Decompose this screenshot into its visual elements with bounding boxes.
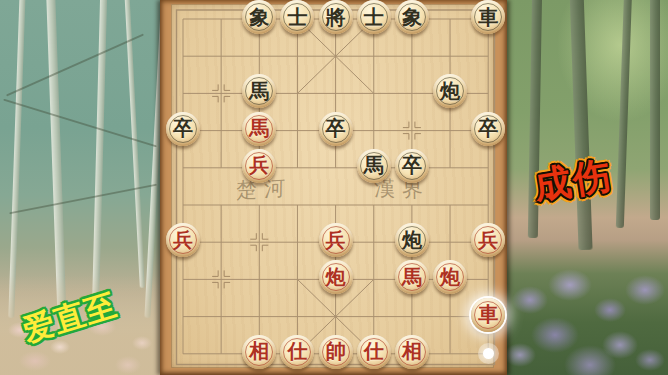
tree-trunk bbox=[569, 0, 592, 250]
move-origin-marker bbox=[483, 348, 494, 359]
red-soldier[interactable]: 兵 bbox=[166, 223, 200, 257]
red-horse[interactable]: 馬 bbox=[242, 112, 276, 146]
black-soldier[interactable]: 卒 bbox=[319, 112, 353, 146]
black-elephant[interactable]: 象 bbox=[395, 0, 429, 34]
tree-trunk bbox=[650, 0, 660, 220]
red-rook[interactable]: 車 bbox=[471, 298, 505, 332]
black-cannon[interactable]: 炮 bbox=[395, 223, 429, 257]
red-elephant[interactable]: 相 bbox=[242, 335, 276, 369]
black-soldier[interactable]: 卒 bbox=[395, 149, 429, 183]
pieces-layer: 象士將士象車馬炮卒馬卒卒兵馬卒兵兵炮兵炮馬炮車相仕帥仕相 bbox=[160, 0, 507, 375]
tree-branch bbox=[6, 34, 144, 97]
red-cannon[interactable]: 炮 bbox=[319, 260, 353, 294]
black-cannon[interactable]: 炮 bbox=[433, 74, 467, 108]
red-soldier[interactable]: 兵 bbox=[319, 223, 353, 257]
black-horse[interactable]: 馬 bbox=[357, 149, 391, 183]
tree-trunk bbox=[92, 0, 108, 318]
black-soldier[interactable]: 卒 bbox=[471, 112, 505, 146]
purple-flowers-right bbox=[500, 240, 668, 375]
black-advisor[interactable]: 士 bbox=[357, 0, 391, 34]
red-advisor[interactable]: 仕 bbox=[280, 335, 314, 369]
red-advisor[interactable]: 仕 bbox=[357, 335, 391, 369]
black-soldier[interactable]: 卒 bbox=[166, 112, 200, 146]
red-soldier[interactable]: 兵 bbox=[471, 223, 505, 257]
red-cannon[interactable]: 炮 bbox=[433, 260, 467, 294]
red-elephant[interactable]: 相 bbox=[395, 335, 429, 369]
tree-trunk bbox=[124, 0, 145, 288]
black-elephant[interactable]: 象 bbox=[242, 0, 276, 34]
red-horse[interactable]: 馬 bbox=[395, 260, 429, 294]
black-horse[interactable]: 馬 bbox=[242, 74, 276, 108]
red-general[interactable]: 帥 bbox=[319, 335, 353, 369]
tree-trunk bbox=[8, 0, 26, 318]
tree-trunk bbox=[616, 0, 632, 228]
xiangqi-board[interactable]: 楚河 漢界 象士將士象車馬炮卒馬卒卒兵馬卒兵兵炮兵炮馬炮車相仕帥仕相 bbox=[160, 0, 507, 375]
black-rook[interactable]: 車 bbox=[471, 0, 505, 34]
black-general[interactable]: 將 bbox=[319, 0, 353, 34]
red-soldier[interactable]: 兵 bbox=[242, 149, 276, 183]
black-advisor[interactable]: 士 bbox=[280, 0, 314, 34]
